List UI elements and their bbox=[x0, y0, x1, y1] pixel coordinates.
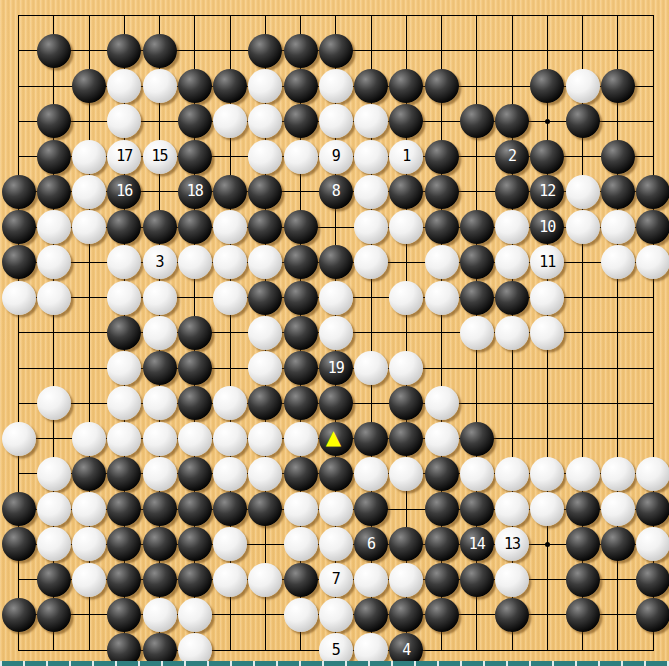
move-number-label: 16 bbox=[116, 184, 132, 199]
black-stone[interactable] bbox=[636, 598, 669, 632]
black-stone[interactable] bbox=[319, 245, 353, 279]
white-stone[interactable] bbox=[143, 316, 177, 350]
white-stone[interactable] bbox=[495, 563, 529, 597]
white-stone[interactable] bbox=[248, 457, 282, 491]
black-stone[interactable] bbox=[143, 563, 177, 597]
black-stone[interactable] bbox=[178, 210, 212, 244]
black-stone[interactable] bbox=[601, 175, 635, 209]
white-stone[interactable] bbox=[37, 210, 71, 244]
black-stone[interactable] bbox=[143, 34, 177, 68]
black-stone[interactable] bbox=[354, 69, 388, 103]
white-stone[interactable] bbox=[248, 245, 282, 279]
white-stone[interactable] bbox=[37, 457, 71, 491]
black-stone[interactable] bbox=[566, 598, 600, 632]
black-stone[interactable] bbox=[284, 69, 318, 103]
white-stone[interactable] bbox=[143, 598, 177, 632]
go-app-window: 17159121618812103111961413754▲ bbox=[0, 0, 669, 666]
white-stone[interactable] bbox=[248, 69, 282, 103]
black-stone[interactable] bbox=[460, 104, 494, 138]
white-stone[interactable] bbox=[425, 281, 459, 315]
move-number-label: 4 bbox=[402, 643, 410, 658]
white-stone[interactable]: 7 bbox=[319, 563, 353, 597]
white-stone[interactable] bbox=[72, 210, 106, 244]
move-number-label: 11 bbox=[539, 255, 555, 270]
black-stone[interactable] bbox=[460, 281, 494, 315]
white-stone[interactable] bbox=[143, 281, 177, 315]
black-stone[interactable] bbox=[389, 598, 423, 632]
black-stone[interactable] bbox=[72, 457, 106, 491]
black-stone[interactable] bbox=[143, 527, 177, 561]
white-stone[interactable] bbox=[460, 457, 494, 491]
white-stone[interactable] bbox=[107, 245, 141, 279]
black-stone[interactable] bbox=[389, 104, 423, 138]
black-stone[interactable] bbox=[213, 175, 247, 209]
black-stone[interactable] bbox=[284, 563, 318, 597]
black-stone[interactable] bbox=[319, 386, 353, 420]
white-stone[interactable] bbox=[284, 422, 318, 456]
black-stone[interactable] bbox=[107, 316, 141, 350]
white-stone[interactable] bbox=[601, 457, 635, 491]
black-stone[interactable] bbox=[460, 563, 494, 597]
white-stone[interactable] bbox=[495, 210, 529, 244]
white-stone[interactable] bbox=[213, 210, 247, 244]
white-stone[interactable] bbox=[425, 386, 459, 420]
white-stone[interactable] bbox=[354, 104, 388, 138]
white-stone[interactable] bbox=[354, 210, 388, 244]
black-stone[interactable] bbox=[636, 210, 669, 244]
black-stone[interactable] bbox=[601, 140, 635, 174]
black-stone[interactable] bbox=[143, 351, 177, 385]
white-stone[interactable] bbox=[107, 422, 141, 456]
black-stone[interactable] bbox=[354, 598, 388, 632]
black-stone[interactable] bbox=[425, 69, 459, 103]
black-stone[interactable] bbox=[178, 104, 212, 138]
black-stone[interactable] bbox=[37, 175, 71, 209]
black-stone[interactable] bbox=[284, 457, 318, 491]
white-stone[interactable] bbox=[213, 563, 247, 597]
star-point bbox=[545, 119, 550, 124]
black-stone[interactable] bbox=[37, 104, 71, 138]
white-stone[interactable] bbox=[319, 527, 353, 561]
black-stone[interactable] bbox=[566, 563, 600, 597]
white-stone[interactable] bbox=[107, 281, 141, 315]
move-number-label: 14 bbox=[469, 537, 485, 552]
white-stone[interactable] bbox=[636, 457, 669, 491]
black-stone[interactable] bbox=[2, 175, 36, 209]
white-stone[interactable] bbox=[354, 457, 388, 491]
black-stone[interactable]: 18 bbox=[178, 175, 212, 209]
white-stone[interactable]: 11 bbox=[530, 245, 564, 279]
white-stone[interactable] bbox=[530, 316, 564, 350]
white-stone[interactable] bbox=[2, 281, 36, 315]
star-point bbox=[545, 542, 550, 547]
black-stone[interactable] bbox=[248, 210, 282, 244]
black-stone[interactable] bbox=[566, 104, 600, 138]
move-number-label: 7 bbox=[332, 572, 340, 587]
black-stone[interactable] bbox=[37, 34, 71, 68]
move-number-label: 13 bbox=[504, 537, 520, 552]
white-stone[interactable] bbox=[107, 386, 141, 420]
white-stone[interactable] bbox=[37, 281, 71, 315]
white-stone[interactable] bbox=[566, 457, 600, 491]
black-stone[interactable] bbox=[601, 69, 635, 103]
white-stone[interactable] bbox=[566, 69, 600, 103]
white-stone[interactable] bbox=[284, 527, 318, 561]
white-stone[interactable] bbox=[248, 351, 282, 385]
window-edge-bottom bbox=[0, 661, 669, 666]
black-stone[interactable] bbox=[354, 422, 388, 456]
white-stone[interactable] bbox=[2, 422, 36, 456]
white-stone[interactable] bbox=[143, 69, 177, 103]
white-stone[interactable] bbox=[530, 492, 564, 526]
black-stone[interactable] bbox=[2, 598, 36, 632]
white-stone[interactable] bbox=[354, 175, 388, 209]
black-stone[interactable] bbox=[72, 69, 106, 103]
white-stone[interactable] bbox=[354, 351, 388, 385]
white-stone[interactable] bbox=[248, 104, 282, 138]
white-stone[interactable] bbox=[37, 386, 71, 420]
black-stone[interactable] bbox=[2, 527, 36, 561]
black-stone[interactable] bbox=[495, 598, 529, 632]
white-stone[interactable] bbox=[37, 245, 71, 279]
black-stone[interactable] bbox=[178, 316, 212, 350]
black-stone[interactable] bbox=[389, 175, 423, 209]
black-stone[interactable] bbox=[566, 527, 600, 561]
white-stone[interactable] bbox=[601, 492, 635, 526]
black-stone[interactable]: 10 bbox=[530, 210, 564, 244]
white-stone[interactable] bbox=[213, 245, 247, 279]
white-stone[interactable] bbox=[107, 69, 141, 103]
black-stone[interactable] bbox=[248, 492, 282, 526]
black-stone[interactable] bbox=[284, 245, 318, 279]
black-stone[interactable] bbox=[319, 457, 353, 491]
white-stone[interactable] bbox=[72, 422, 106, 456]
white-stone[interactable] bbox=[389, 351, 423, 385]
white-stone[interactable]: 1 bbox=[389, 140, 423, 174]
black-stone[interactable] bbox=[460, 422, 494, 456]
black-stone[interactable] bbox=[107, 527, 141, 561]
move-number-label: 17 bbox=[116, 149, 132, 164]
white-stone[interactable] bbox=[72, 175, 106, 209]
white-stone[interactable] bbox=[143, 386, 177, 420]
black-stone[interactable] bbox=[566, 492, 600, 526]
black-stone[interactable]: 8 bbox=[319, 175, 353, 209]
black-stone[interactable] bbox=[178, 527, 212, 561]
move-number-label: 8 bbox=[332, 184, 340, 199]
white-stone[interactable] bbox=[319, 598, 353, 632]
black-stone[interactable] bbox=[425, 175, 459, 209]
black-stone[interactable] bbox=[284, 351, 318, 385]
black-stone[interactable] bbox=[178, 351, 212, 385]
white-stone[interactable] bbox=[72, 563, 106, 597]
black-stone[interactable] bbox=[530, 69, 564, 103]
black-stone[interactable] bbox=[636, 175, 669, 209]
white-stone[interactable] bbox=[213, 457, 247, 491]
black-stone[interactable] bbox=[248, 34, 282, 68]
move-number-label: 1 bbox=[402, 149, 410, 164]
white-stone[interactable] bbox=[284, 598, 318, 632]
white-stone[interactable] bbox=[72, 527, 106, 561]
black-stone[interactable] bbox=[107, 34, 141, 68]
black-stone[interactable] bbox=[425, 457, 459, 491]
white-stone[interactable] bbox=[178, 245, 212, 279]
black-stone[interactable] bbox=[178, 563, 212, 597]
white-stone[interactable] bbox=[601, 210, 635, 244]
white-stone[interactable] bbox=[213, 422, 247, 456]
white-stone[interactable] bbox=[530, 281, 564, 315]
black-stone[interactable] bbox=[601, 527, 635, 561]
black-stone[interactable] bbox=[107, 210, 141, 244]
move-number-label: 10 bbox=[539, 220, 555, 235]
black-stone[interactable]: 6 bbox=[354, 527, 388, 561]
white-stone[interactable] bbox=[389, 457, 423, 491]
white-stone[interactable] bbox=[319, 281, 353, 315]
white-stone[interactable] bbox=[601, 245, 635, 279]
white-stone[interactable] bbox=[107, 104, 141, 138]
white-stone[interactable] bbox=[566, 175, 600, 209]
black-stone[interactable] bbox=[107, 563, 141, 597]
black-stone[interactable] bbox=[389, 386, 423, 420]
black-stone[interactable]: 14 bbox=[460, 527, 494, 561]
black-stone[interactable] bbox=[389, 69, 423, 103]
black-stone[interactable] bbox=[284, 316, 318, 350]
black-stone[interactable]: 2 bbox=[495, 140, 529, 174]
black-stone[interactable] bbox=[2, 210, 36, 244]
black-stone[interactable] bbox=[37, 140, 71, 174]
white-stone[interactable] bbox=[319, 316, 353, 350]
white-stone[interactable] bbox=[389, 563, 423, 597]
black-stone[interactable] bbox=[107, 598, 141, 632]
white-stone[interactable] bbox=[495, 457, 529, 491]
black-stone[interactable] bbox=[389, 527, 423, 561]
black-stone[interactable] bbox=[284, 104, 318, 138]
black-stone[interactable] bbox=[636, 563, 669, 597]
white-stone[interactable] bbox=[636, 527, 669, 561]
black-stone[interactable] bbox=[248, 386, 282, 420]
black-stone[interactable] bbox=[425, 527, 459, 561]
white-stone[interactable] bbox=[107, 351, 141, 385]
black-stone[interactable] bbox=[213, 492, 247, 526]
white-stone[interactable]: 3 bbox=[143, 245, 177, 279]
black-stone[interactable] bbox=[284, 210, 318, 244]
black-stone[interactable] bbox=[107, 492, 141, 526]
move-number-label: 19 bbox=[328, 361, 344, 376]
white-stone[interactable] bbox=[213, 386, 247, 420]
black-stone[interactable] bbox=[143, 210, 177, 244]
black-stone[interactable]: 19 bbox=[319, 351, 353, 385]
black-stone[interactable] bbox=[425, 210, 459, 244]
black-stone[interactable]: 16 bbox=[107, 175, 141, 209]
black-stone[interactable] bbox=[284, 386, 318, 420]
black-stone[interactable] bbox=[178, 492, 212, 526]
black-stone[interactable] bbox=[530, 140, 564, 174]
move-number-label: 6 bbox=[367, 537, 375, 552]
black-stone[interactable] bbox=[495, 104, 529, 138]
black-stone[interactable] bbox=[460, 245, 494, 279]
black-stone[interactable] bbox=[495, 175, 529, 209]
black-stone[interactable] bbox=[636, 492, 669, 526]
white-stone[interactable] bbox=[389, 281, 423, 315]
black-stone[interactable] bbox=[37, 598, 71, 632]
white-stone[interactable] bbox=[354, 245, 388, 279]
white-stone[interactable] bbox=[178, 422, 212, 456]
black-stone[interactable]: 12 bbox=[530, 175, 564, 209]
black-stone[interactable] bbox=[354, 492, 388, 526]
move-number-label: 2 bbox=[508, 149, 516, 164]
black-stone[interactable] bbox=[178, 386, 212, 420]
move-number-label: 9 bbox=[332, 149, 340, 164]
white-stone[interactable] bbox=[248, 316, 282, 350]
black-stone[interactable] bbox=[495, 281, 529, 315]
white-stone[interactable] bbox=[284, 140, 318, 174]
black-stone[interactable] bbox=[460, 492, 494, 526]
black-stone[interactable] bbox=[248, 175, 282, 209]
white-stone[interactable] bbox=[284, 492, 318, 526]
white-stone[interactable] bbox=[354, 140, 388, 174]
white-stone[interactable]: 15 bbox=[143, 140, 177, 174]
white-stone[interactable] bbox=[389, 210, 423, 244]
white-stone[interactable] bbox=[319, 69, 353, 103]
white-stone[interactable] bbox=[178, 598, 212, 632]
white-stone[interactable] bbox=[213, 104, 247, 138]
black-stone[interactable] bbox=[425, 140, 459, 174]
white-stone[interactable] bbox=[425, 245, 459, 279]
move-number-label: 15 bbox=[151, 149, 167, 164]
white-stone[interactable] bbox=[143, 422, 177, 456]
move-number-label: 3 bbox=[155, 255, 163, 270]
white-stone[interactable] bbox=[213, 281, 247, 315]
black-stone[interactable] bbox=[178, 140, 212, 174]
go-board[interactable]: 17159121618812103111961413754▲ bbox=[0, 0, 669, 666]
move-number-label: 18 bbox=[187, 184, 203, 199]
black-stone[interactable] bbox=[2, 492, 36, 526]
white-stone[interactable] bbox=[495, 245, 529, 279]
white-stone[interactable] bbox=[248, 422, 282, 456]
white-stone[interactable] bbox=[248, 563, 282, 597]
white-stone[interactable] bbox=[495, 492, 529, 526]
white-stone[interactable] bbox=[319, 104, 353, 138]
black-stone[interactable] bbox=[178, 457, 212, 491]
white-stone[interactable] bbox=[319, 492, 353, 526]
white-stone[interactable]: 9 bbox=[319, 140, 353, 174]
black-stone[interactable] bbox=[213, 69, 247, 103]
white-stone[interactable] bbox=[354, 563, 388, 597]
white-stone[interactable] bbox=[37, 527, 71, 561]
black-stone[interactable] bbox=[284, 281, 318, 315]
black-stone[interactable] bbox=[284, 34, 318, 68]
black-stone[interactable] bbox=[178, 69, 212, 103]
black-stone[interactable] bbox=[425, 563, 459, 597]
move-number-label: 12 bbox=[539, 184, 555, 199]
black-stone[interactable] bbox=[425, 492, 459, 526]
white-stone[interactable] bbox=[566, 210, 600, 244]
black-stone[interactable] bbox=[37, 563, 71, 597]
white-stone[interactable] bbox=[495, 316, 529, 350]
white-stone[interactable] bbox=[72, 492, 106, 526]
white-stone[interactable]: 17 bbox=[107, 140, 141, 174]
white-stone[interactable] bbox=[636, 245, 669, 279]
white-stone[interactable] bbox=[425, 422, 459, 456]
white-stone[interactable] bbox=[72, 140, 106, 174]
white-stone[interactable]: 13 bbox=[495, 527, 529, 561]
white-stone[interactable] bbox=[530, 457, 564, 491]
black-stone[interactable] bbox=[143, 492, 177, 526]
black-stone[interactable] bbox=[107, 457, 141, 491]
black-stone[interactable] bbox=[319, 34, 353, 68]
black-stone[interactable] bbox=[319, 422, 353, 456]
black-stone[interactable] bbox=[425, 598, 459, 632]
white-stone[interactable] bbox=[213, 527, 247, 561]
black-stone[interactable] bbox=[2, 245, 36, 279]
white-stone[interactable] bbox=[248, 140, 282, 174]
white-stone[interactable] bbox=[37, 492, 71, 526]
black-stone[interactable] bbox=[460, 210, 494, 244]
black-stone[interactable] bbox=[248, 281, 282, 315]
white-stone[interactable] bbox=[143, 457, 177, 491]
black-stone[interactable] bbox=[389, 422, 423, 456]
white-stone[interactable] bbox=[460, 316, 494, 350]
move-number-label: 5 bbox=[332, 643, 340, 658]
